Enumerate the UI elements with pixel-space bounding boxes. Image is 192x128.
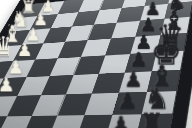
square-h8[interactable]: ♜ bbox=[136, 114, 172, 128]
piece-black-pawn-g7[interactable]: ♟ bbox=[117, 92, 137, 114]
square-h7[interactable]: ♟ bbox=[105, 114, 141, 128]
piece-black-rook-h8[interactable]: ♜ bbox=[140, 111, 165, 128]
photo-stage: ♜♟♟♜♞♟♟♞♝♟♟♝♛♟♟♛♚♟♟♚♝♟♟♝♞♟♟♞♜♟♟♜ bbox=[0, 0, 192, 128]
piece-black-pawn-h7[interactable]: ♟ bbox=[110, 115, 131, 128]
chess-board: ♜♟♟♜♞♟♟♞♝♟♟♝♛♟♟♛♚♟♟♚♝♟♟♝♞♟♟♞♜♟♟♜ bbox=[0, 0, 192, 128]
piece-white-pawn-g2[interactable]: ♟ bbox=[0, 96, 5, 116]
